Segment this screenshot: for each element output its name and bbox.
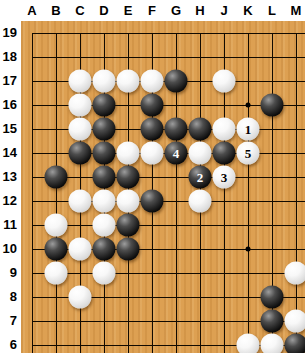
stone-white-K14[interactable]: 5: [237, 142, 260, 165]
stone-white-F14[interactable]: [141, 142, 164, 165]
col-label-C: C: [68, 1, 92, 21]
stone-black-D15[interactable]: [93, 118, 116, 141]
col-label-H: H: [188, 1, 212, 21]
stone-white-C15[interactable]: [69, 118, 92, 141]
row-label-14: 14: [0, 143, 17, 163]
grid-line-row-19: [32, 33, 305, 34]
stone-black-D14[interactable]: [93, 142, 116, 165]
stone-black-B10[interactable]: [45, 238, 68, 261]
stone-white-K15[interactable]: 1: [237, 118, 260, 141]
col-label-F: F: [140, 1, 164, 21]
stone-black-J14[interactable]: [213, 142, 236, 165]
stone-white-J17[interactable]: [213, 70, 236, 93]
row-label-13: 13: [0, 167, 17, 187]
row-label-11: 11: [0, 215, 17, 235]
row-label-6: 6: [0, 335, 17, 353]
stone-black-E13[interactable]: [117, 166, 140, 189]
stone-white-H12[interactable]: [189, 190, 212, 213]
stone-black-F12[interactable]: [141, 190, 164, 213]
stone-white-C8[interactable]: [69, 286, 92, 309]
row-label-19: 19: [0, 23, 17, 43]
star-point-K16: [246, 103, 251, 108]
stone-black-M6[interactable]: [285, 334, 306, 353]
move-number-label: 4: [173, 145, 180, 161]
stone-white-C17[interactable]: [69, 70, 92, 93]
col-label-B: B: [44, 1, 68, 21]
grid-line-row-11: [32, 225, 305, 226]
stone-white-F17[interactable]: [141, 70, 164, 93]
grid-line-row-13: [32, 177, 305, 178]
stone-white-J13[interactable]: 3: [213, 166, 236, 189]
stone-white-E12[interactable]: [117, 190, 140, 213]
stone-white-D17[interactable]: [93, 70, 116, 93]
stone-white-L6[interactable]: [261, 334, 284, 353]
move-number-label: 5: [245, 145, 252, 161]
col-label-E: E: [116, 1, 140, 21]
move-number-label: 3: [221, 169, 228, 185]
stone-black-C14[interactable]: [69, 142, 92, 165]
stone-white-J15[interactable]: [213, 118, 236, 141]
stone-white-C16[interactable]: [69, 94, 92, 117]
stone-black-G15[interactable]: [165, 118, 188, 141]
row-label-8: 8: [0, 287, 17, 307]
col-label-L: L: [260, 1, 284, 21]
row-label-7: 7: [0, 311, 17, 331]
star-point-K10: [246, 247, 251, 252]
stone-white-C10[interactable]: [69, 238, 92, 261]
row-label-15: 15: [0, 119, 17, 139]
stone-black-D16[interactable]: [93, 94, 116, 117]
row-label-10: 10: [0, 239, 17, 259]
stone-black-F16[interactable]: [141, 94, 164, 117]
stone-black-G14[interactable]: 4: [165, 142, 188, 165]
stone-white-M9[interactable]: [285, 262, 306, 285]
stone-white-H14[interactable]: [189, 142, 212, 165]
row-label-17: 17: [0, 71, 17, 91]
row-label-18: 18: [0, 47, 17, 67]
stone-white-C12[interactable]: [69, 190, 92, 213]
move-number-label: 1: [245, 121, 252, 137]
stone-black-D10[interactable]: [93, 238, 116, 261]
stone-white-K6[interactable]: [237, 334, 260, 353]
row-label-9: 9: [0, 263, 17, 283]
row-label-16: 16: [0, 95, 17, 115]
col-label-J: J: [212, 1, 236, 21]
stone-black-B13[interactable]: [45, 166, 68, 189]
stone-white-D11[interactable]: [93, 214, 116, 237]
stone-black-L8[interactable]: [261, 286, 284, 309]
stone-white-D12[interactable]: [93, 190, 116, 213]
stone-black-F15[interactable]: [141, 118, 164, 141]
grid-line-row-18: [32, 57, 305, 58]
col-label-M: M: [284, 1, 305, 21]
stone-black-H15[interactable]: [189, 118, 212, 141]
row-label-12: 12: [0, 191, 17, 211]
stone-black-H13[interactable]: 2: [189, 166, 212, 189]
stone-black-G17[interactable]: [165, 70, 188, 93]
move-number-label: 2: [197, 169, 204, 185]
stone-black-E11[interactable]: [117, 214, 140, 237]
stone-white-D9[interactable]: [93, 262, 116, 285]
go-board-window: ABCDEFGHJKLM 191817161514131211109876 14…: [0, 0, 305, 353]
stone-black-L16[interactable]: [261, 94, 284, 117]
col-label-D: D: [92, 1, 116, 21]
stone-white-M7[interactable]: [285, 310, 306, 333]
col-label-K: K: [236, 1, 260, 21]
stone-white-E14[interactable]: [117, 142, 140, 165]
stone-black-E10[interactable]: [117, 238, 140, 261]
col-label-A: A: [20, 1, 44, 21]
stone-black-D13[interactable]: [93, 166, 116, 189]
stone-white-E17[interactable]: [117, 70, 140, 93]
stone-black-L7[interactable]: [261, 310, 284, 333]
stone-white-B11[interactable]: [45, 214, 68, 237]
grid-line-row-9: [32, 273, 305, 274]
col-label-G: G: [164, 1, 188, 21]
stone-white-B9[interactable]: [45, 262, 68, 285]
